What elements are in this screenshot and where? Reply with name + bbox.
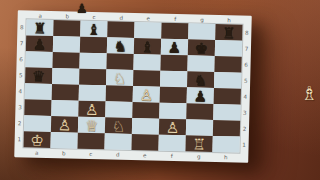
square-e4: ♙ (133, 86, 160, 103)
file-label-d: d (108, 14, 135, 21)
file-label-g: g (189, 16, 216, 23)
rank-label-3: 3 (240, 105, 249, 121)
rank-label-4: 4 (16, 83, 25, 99)
piece-white-pawn-f2: ♙ (166, 120, 180, 136)
piece-white-knight-d5: ♘ (113, 71, 127, 87)
captured-black-piece: ♟ (76, 1, 88, 16)
square-a8: ♜ (26, 19, 53, 36)
square-f7: ♟ (161, 39, 188, 56)
piece-white-pawn-e4: ♙ (139, 87, 153, 103)
piece-white-rook-g1: ♖ (192, 136, 206, 152)
square-g6 (187, 55, 214, 72)
photo-stage: ♟ abcdefgh 87654321 ♜♝♜♟♞♝♟♚♛♘♞♙♟♙♙♕♘♙♔♖… (0, 0, 320, 180)
square-b1 (50, 132, 77, 149)
square-d6 (106, 53, 133, 70)
piece-black-bishop-c8: ♝ (87, 22, 101, 38)
rank-label-2: 2 (15, 115, 24, 131)
rank-label-7: 7 (17, 35, 26, 51)
piece-black-rook-a8: ♜ (33, 21, 47, 37)
piece-white-pawn-c3: ♙ (85, 102, 99, 118)
square-d1 (104, 133, 131, 150)
square-d7: ♞ (107, 37, 134, 54)
rank-label-8: 8 (242, 25, 251, 41)
square-h6 (214, 56, 241, 73)
square-f2: ♙ (159, 119, 186, 136)
file-label-a: a (23, 149, 50, 156)
square-e6 (133, 54, 160, 71)
square-g5: ♞ (187, 71, 214, 88)
piece-white-king-a1: ♔ (30, 133, 44, 149)
square-c4 (79, 85, 106, 102)
square-g1: ♖ (185, 135, 212, 152)
frame-corner (18, 10, 27, 19)
square-a5: ♛ (25, 67, 52, 84)
file-label-c: c (77, 151, 104, 158)
square-c5 (79, 69, 106, 86)
file-label-e: e (131, 152, 158, 159)
captured-white-piece: ♗ (301, 82, 318, 104)
square-h4 (214, 88, 241, 105)
frame-corner (243, 16, 252, 25)
square-b3 (51, 100, 78, 117)
piece-black-rook-h8: ♜ (222, 25, 236, 41)
rank-label-3: 3 (15, 99, 24, 115)
square-b8 (53, 20, 80, 37)
piece-black-knight-g5: ♞ (194, 72, 208, 88)
square-g8 (188, 23, 215, 40)
square-e3 (132, 102, 159, 119)
piece-black-bishop-e7: ♝ (141, 39, 155, 55)
piece-white-pawn-b2: ♙ (58, 117, 72, 133)
chessboard: ♜♝♜♟♞♝♟♚♛♘♞♙♟♙♙♕♘♙♔♖ (23, 19, 242, 152)
square-c3: ♙ (78, 101, 105, 118)
square-c6 (79, 53, 106, 70)
square-c1 (77, 133, 104, 150)
rank-label-8: 8 (17, 19, 26, 35)
piece-black-pawn-g4: ♟ (193, 88, 207, 104)
square-a2 (24, 115, 51, 132)
square-c7 (80, 37, 107, 54)
square-e5 (133, 70, 160, 87)
square-b7 (53, 36, 80, 53)
square-c2: ♕ (78, 117, 105, 134)
square-h5 (214, 72, 241, 89)
square-f6 (160, 55, 187, 72)
piece-black-king-g7: ♚ (195, 40, 209, 56)
square-d5: ♘ (106, 69, 133, 86)
square-f4 (160, 87, 187, 104)
piece-black-pawn-f7: ♟ (168, 40, 182, 56)
square-d3 (105, 101, 132, 118)
board-frame: abcdefgh 87654321 ♜♝♜♟♞♝♟♚♛♘♞♙♟♙♙♕♘♙♔♖ 8… (14, 10, 252, 163)
square-e8 (134, 22, 161, 39)
square-d4 (106, 85, 133, 102)
rank-label-7: 7 (242, 41, 251, 57)
file-label-f: f (162, 15, 189, 22)
square-g3 (186, 103, 213, 120)
rank-label-4: 4 (241, 89, 250, 105)
square-a4 (25, 83, 52, 100)
piece-black-queen-a5: ♛ (32, 69, 46, 85)
rank-label-5: 5 (241, 73, 250, 89)
rank-label-1: 1 (14, 131, 23, 147)
square-g4: ♟ (187, 87, 214, 104)
file-label-h: h (212, 154, 239, 161)
square-f3 (159, 103, 186, 120)
square-d8 (107, 21, 134, 38)
square-f5 (160, 71, 187, 88)
rank-label-1: 1 (239, 137, 248, 153)
square-a3 (24, 99, 51, 116)
square-e2 (132, 118, 159, 135)
frame-corner (239, 153, 248, 163)
square-h1 (212, 136, 239, 153)
square-h2 (213, 120, 240, 137)
square-h8: ♜ (215, 24, 242, 41)
rank-label-5: 5 (16, 67, 25, 83)
rank-label-6: 6 (16, 51, 25, 67)
square-b5 (52, 68, 79, 85)
square-b6 (52, 52, 79, 69)
square-g7: ♚ (188, 39, 215, 56)
file-label-e: e (135, 15, 162, 22)
square-d2: ♘ (105, 117, 132, 134)
square-a7: ♟ (26, 35, 53, 52)
piece-white-knight-d2: ♘ (112, 118, 126, 134)
file-label-f: f (158, 153, 185, 160)
square-b2: ♙ (51, 116, 78, 133)
file-label-g: g (185, 153, 212, 160)
square-f1 (158, 135, 185, 152)
square-e7: ♝ (134, 38, 161, 55)
square-e1 (131, 134, 158, 151)
square-a1: ♔ (23, 131, 50, 148)
file-label-b: b (50, 150, 77, 157)
file-label-h: h (216, 17, 243, 24)
piece-black-pawn-a7: ♟ (33, 37, 47, 53)
square-b4 (52, 84, 79, 101)
frame-corner (14, 147, 23, 157)
rank-label-2: 2 (240, 121, 249, 137)
piece-black-knight-d7: ♞ (114, 39, 128, 55)
square-h7 (215, 40, 242, 57)
square-c8: ♝ (80, 21, 107, 38)
file-label-a: a (27, 12, 54, 19)
rank-label-6: 6 (241, 57, 250, 73)
square-f8 (161, 23, 188, 40)
piece-white-queen-c2: ♕ (85, 118, 99, 134)
square-a6 (25, 51, 52, 68)
file-label-d: d (104, 151, 131, 158)
square-h3 (213, 104, 240, 121)
square-g2 (186, 119, 213, 136)
